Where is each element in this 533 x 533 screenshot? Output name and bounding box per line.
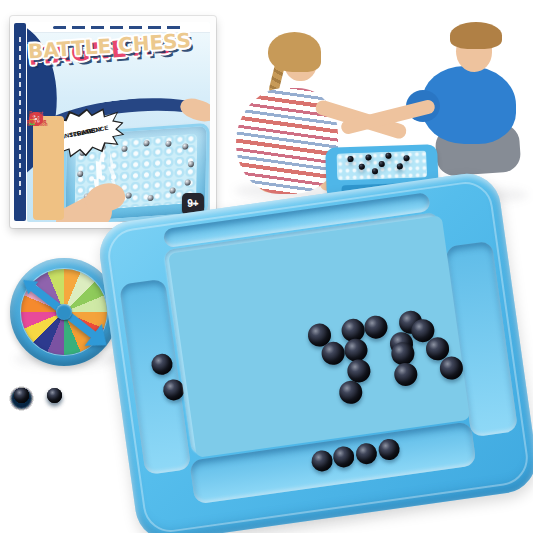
- box-front: MAGNETIC BATTLE CHESS INTELLIGENCE STRAT…: [27, 22, 210, 222]
- loose-ball: [47, 388, 62, 403]
- magnetic-ball: [320, 340, 346, 366]
- tray-ball: [377, 437, 401, 461]
- game-board: [96, 169, 533, 533]
- demo-board-field: [336, 150, 427, 180]
- box-art-ball: [125, 192, 131, 198]
- loose-ball: [14, 388, 29, 403]
- box-art-ball: [165, 141, 171, 147]
- spine-text-decoration: [19, 37, 21, 197]
- magnetic-ball: [393, 361, 419, 387]
- box-art-ball: [147, 195, 153, 201]
- magnetic-ball: [363, 314, 389, 340]
- field-ledge: [164, 212, 466, 454]
- demo-ball: [366, 154, 372, 160]
- tray-ball: [150, 353, 174, 377]
- age-badge-text: ages: [188, 201, 198, 206]
- feature-card-cognition: ★ ♥ Graph cognition: [35, 118, 37, 120]
- magnetic-ball: [346, 358, 372, 384]
- product-collage: MAGNETIC BATTLE CHESS INTELLIGENCE STRAT…: [0, 0, 533, 533]
- box-art-ball: [77, 170, 83, 176]
- girl-hair: [268, 32, 321, 72]
- tray-ball: [355, 441, 379, 465]
- demo-ball: [372, 168, 378, 174]
- magnetic-ball: [438, 355, 464, 381]
- demo-ball: [348, 156, 354, 162]
- spinner-hub: [56, 304, 72, 320]
- box-art-ball: [188, 161, 194, 167]
- demo-ball: [404, 155, 410, 161]
- box-art-ball: [182, 144, 188, 150]
- box-art-ball: [169, 187, 175, 193]
- demo-ball: [386, 153, 392, 159]
- top-band-text-decoration: [53, 26, 185, 29]
- feature-sidebar: Strong magnetic Parent child interaction: [33, 116, 64, 220]
- box-art-ball: [121, 145, 127, 151]
- magnetic-ball: [337, 380, 363, 406]
- tray-ball: [332, 445, 356, 469]
- tray-ball: [310, 449, 334, 473]
- box-spine: [14, 23, 26, 221]
- boy-hair: [450, 22, 502, 49]
- product-box: MAGNETIC BATTLE CHESS INTELLIGENCE STRAT…: [10, 16, 216, 228]
- bubble-line: GAME: [76, 128, 96, 139]
- feature-label: Graph cognition: [27, 114, 46, 124]
- dimple-field: [168, 215, 470, 457]
- demo-ball: [359, 163, 365, 169]
- box-art-ball: [185, 179, 191, 185]
- box-art-ball: [143, 140, 149, 146]
- demo-ball: [379, 161, 385, 167]
- demo-ball: [397, 163, 403, 169]
